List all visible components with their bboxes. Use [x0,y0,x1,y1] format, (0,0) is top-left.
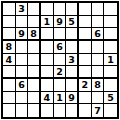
cell-r7c9[interactable] [104,79,117,92]
cell-r7c5[interactable] [54,79,67,92]
cell-r5c7[interactable] [79,54,92,67]
given-digit: 9 [68,93,75,103]
cell-r6c6[interactable] [66,66,79,79]
cell-r9c3[interactable] [28,104,41,117]
cell-r1c4[interactable] [41,3,54,16]
cell-r1c3[interactable] [28,3,41,16]
given-digit: 9 [56,17,63,27]
cell-r2c2[interactable] [16,16,29,29]
cell-r4c3[interactable] [28,41,41,54]
cell-r4c6[interactable] [66,41,79,54]
given-digit: 1 [107,55,114,65]
cell-r7c4[interactable] [41,79,54,92]
given-digit: 5 [68,17,75,27]
cell-r2c4[interactable]: 1 [41,16,54,29]
given-digit: 9 [18,29,25,39]
cell-r2c5[interactable]: 9 [54,16,67,29]
cell-r8c9[interactable]: 5 [104,92,117,105]
given-digit: 2 [82,80,89,90]
cell-r2c1[interactable] [3,16,16,29]
given-digit: 1 [44,17,51,27]
given-digit: 4 [44,93,51,103]
cell-r2c3[interactable] [28,16,41,29]
cell-r4c5[interactable]: 6 [54,41,67,54]
cell-r6c2[interactable] [16,66,29,79]
given-digit: 8 [6,42,13,52]
cell-r7c2[interactable]: 6 [16,79,29,92]
cell-r1c7[interactable] [79,3,92,16]
cell-r9c9[interactable] [104,104,117,117]
cell-r3c4[interactable] [41,28,54,41]
cell-r8c5[interactable]: 1 [54,92,67,105]
cell-r8c2[interactable] [16,92,29,105]
sudoku-board: 319598686431262841957 [1,1,119,119]
cell-r9c7[interactable] [79,104,92,117]
cell-r9c2[interactable] [16,104,29,117]
cell-r7c3[interactable] [28,79,41,92]
cell-r6c3[interactable] [28,66,41,79]
cell-r2c6[interactable]: 5 [66,16,79,29]
cell-r8c3[interactable] [28,92,41,105]
cell-r1c5[interactable] [54,3,67,16]
given-digit: 6 [94,29,101,39]
cell-r9c1[interactable] [3,104,16,117]
cell-r9c8[interactable]: 7 [92,104,105,117]
cell-r6c7[interactable] [79,66,92,79]
cell-r3c2[interactable]: 9 [16,28,29,41]
cell-r9c6[interactable] [66,104,79,117]
cell-r3c1[interactable] [3,28,16,41]
given-digit: 6 [18,80,25,90]
cell-r6c8[interactable] [92,66,105,79]
cell-r6c1[interactable] [3,66,16,79]
cell-r5c8[interactable] [92,54,105,67]
cell-r7c1[interactable] [3,79,16,92]
cell-r4c7[interactable] [79,41,92,54]
cell-r5c4[interactable] [41,54,54,67]
cell-r3c8[interactable]: 6 [92,28,105,41]
cell-r8c1[interactable] [3,92,16,105]
cell-r2c9[interactable] [104,16,117,29]
cell-r1c2[interactable]: 3 [16,3,29,16]
cell-r7c8[interactable]: 8 [92,79,105,92]
cell-r6c5[interactable]: 2 [54,66,67,79]
cell-r3c5[interactable] [54,28,67,41]
cell-r3c7[interactable] [79,28,92,41]
cell-r1c1[interactable] [3,3,16,16]
cell-r5c2[interactable] [16,54,29,67]
given-digit: 3 [68,55,75,65]
cell-r2c7[interactable] [79,16,92,29]
cell-r7c6[interactable] [66,79,79,92]
cell-r5c3[interactable] [28,54,41,67]
given-digit: 5 [107,93,114,103]
cell-r4c4[interactable] [41,41,54,54]
cell-r6c9[interactable] [104,66,117,79]
given-digit: 8 [94,80,101,90]
cell-r3c9[interactable] [104,28,117,41]
cell-r4c9[interactable] [104,41,117,54]
cell-r9c4[interactable] [41,104,54,117]
cell-r4c8[interactable] [92,41,105,54]
given-digit: 3 [18,4,25,14]
cell-r5c5[interactable] [54,54,67,67]
cell-r3c6[interactable] [66,28,79,41]
cell-r8c6[interactable]: 9 [66,92,79,105]
given-digit: 1 [56,93,63,103]
cell-r9c5[interactable] [54,104,67,117]
cell-r1c9[interactable] [104,3,117,16]
cell-r1c8[interactable] [92,3,105,16]
given-digit: 6 [56,42,63,52]
cell-r5c9[interactable]: 1 [104,54,117,67]
cell-r4c2[interactable] [16,41,29,54]
given-digit: 2 [56,67,63,77]
cell-r6c4[interactable] [41,66,54,79]
given-digit: 4 [6,55,13,65]
cell-r3c3[interactable]: 8 [28,28,41,41]
cell-r8c7[interactable] [79,92,92,105]
cell-r7c7[interactable]: 2 [79,79,92,92]
cell-r2c8[interactable] [92,16,105,29]
cell-r8c8[interactable] [92,92,105,105]
cell-r5c1[interactable]: 4 [3,54,16,67]
cell-r1c6[interactable] [66,3,79,16]
cell-r8c4[interactable]: 4 [41,92,54,105]
given-digit: 7 [94,106,101,116]
given-digit: 8 [30,29,37,39]
cell-r4c1[interactable]: 8 [3,41,16,54]
cell-r5c6[interactable]: 3 [66,54,79,67]
